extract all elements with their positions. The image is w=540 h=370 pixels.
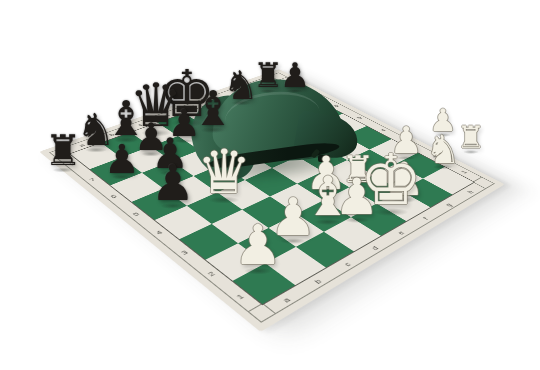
chess-set-product-photo: abcdefgh abcdefgh 87654321 87654321 ♜♟♞♚… — [0, 0, 540, 370]
bag-zipper-pull — [318, 155, 330, 162]
white-rook-h2-shadow — [463, 150, 479, 154]
white-pawn-h3: ♟ — [429, 105, 457, 136]
white-pawn-h3-shadow — [435, 133, 451, 137]
white-rook-h2: ♜ — [457, 122, 485, 153]
